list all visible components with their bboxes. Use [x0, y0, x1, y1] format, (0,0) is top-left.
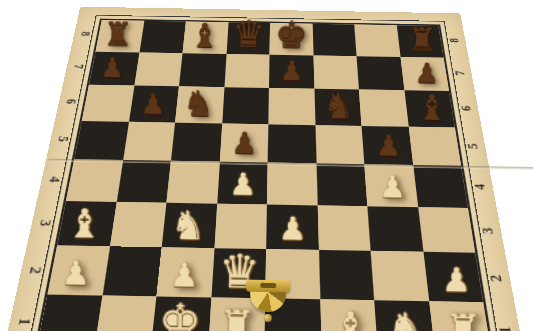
- square-g6[interactable]: [359, 89, 408, 126]
- square-g2[interactable]: [371, 251, 429, 301]
- square-b8[interactable]: [139, 21, 186, 53]
- square-f6[interactable]: ♞: [314, 89, 362, 126]
- square-b6[interactable]: ♟: [129, 86, 179, 123]
- black-queen-d8[interactable]: ♛: [226, 15, 270, 54]
- white-pawn-a2[interactable]: ♟: [48, 253, 103, 294]
- white-knight-c3[interactable]: ♞: [162, 203, 215, 247]
- black-pawn-a7[interactable]: ♟: [89, 52, 135, 85]
- white-pawn-e3[interactable]: ♟: [266, 210, 319, 249]
- square-f5[interactable]: [315, 125, 364, 164]
- square-d8[interactable]: ♛: [226, 22, 270, 54]
- white-king-c1[interactable]: ♚: [151, 296, 209, 331]
- square-e5[interactable]: [268, 124, 316, 163]
- clasp-slot: [260, 283, 276, 288]
- white-rook-h1[interactable]: ♜: [434, 305, 491, 331]
- square-f2[interactable]: [318, 250, 374, 300]
- black-bishop-c8[interactable]: ♝: [183, 17, 227, 53]
- square-a1[interactable]: [37, 294, 102, 331]
- square-e4[interactable]: [267, 162, 317, 204]
- black-pawn-d5[interactable]: ♟: [219, 126, 268, 162]
- square-g1[interactable]: ♞: [374, 300, 435, 331]
- square-d5[interactable]: ♟: [219, 123, 268, 162]
- white-pawn-g4[interactable]: ♟: [367, 168, 417, 205]
- square-d6[interactable]: [222, 87, 269, 124]
- square-e7[interactable]: ♟: [269, 54, 314, 88]
- black-knight-f6[interactable]: ♞: [315, 86, 362, 125]
- black-pawn-g5[interactable]: ♟: [364, 128, 413, 164]
- square-f7[interactable]: [313, 55, 359, 89]
- black-rook-h8[interactable]: ♜: [400, 21, 444, 57]
- white-bishop-f1[interactable]: ♝: [321, 303, 378, 331]
- square-c5[interactable]: [171, 122, 222, 161]
- white-bishop-a3[interactable]: ♝: [58, 201, 111, 245]
- square-a6[interactable]: [82, 85, 134, 122]
- square-f8[interactable]: [312, 24, 356, 56]
- square-c2[interactable]: ♟: [156, 247, 213, 297]
- square-d4[interactable]: ♟: [217, 162, 268, 204]
- square-g3[interactable]: [367, 206, 422, 252]
- square-c6[interactable]: ♞: [175, 86, 224, 123]
- square-d7[interactable]: [224, 54, 270, 88]
- square-b4[interactable]: [116, 160, 171, 202]
- square-h2[interactable]: ♟: [423, 252, 483, 302]
- square-a3[interactable]: ♝: [57, 201, 116, 247]
- square-a7[interactable]: ♟: [89, 51, 139, 85]
- black-bishop-h6[interactable]: ♝: [408, 87, 455, 126]
- black-king-e8[interactable]: ♚: [270, 15, 314, 54]
- square-b7[interactable]: [134, 52, 183, 86]
- square-d3[interactable]: [214, 203, 267, 249]
- product-photo-stage: 87654321 ♜♝♛♚♜♟♟♟♟♞♞♝♟♟♟♟♝♞♟♟♟♛♟♚♜♝♞♜ 87…: [0, 0, 533, 331]
- black-rook-a8[interactable]: ♜: [96, 15, 140, 51]
- square-b1[interactable]: [94, 295, 156, 331]
- square-h7[interactable]: ♟: [400, 57, 449, 91]
- white-pawn-c2[interactable]: ♟: [157, 255, 212, 296]
- square-h5[interactable]: [408, 126, 461, 166]
- brass-clasp: [236, 279, 301, 324]
- black-pawn-h7[interactable]: ♟: [404, 57, 449, 90]
- square-f4[interactable]: [316, 163, 367, 206]
- black-pawn-e7[interactable]: ♟: [269, 55, 314, 88]
- square-e8[interactable]: ♚: [270, 23, 313, 55]
- clasp-fan-ornament: [250, 292, 286, 313]
- square-h1[interactable]: ♜: [429, 301, 492, 331]
- square-c1[interactable]: ♚: [151, 296, 211, 331]
- black-knight-c6[interactable]: ♞: [175, 83, 222, 122]
- square-c8[interactable]: ♝: [183, 22, 228, 54]
- square-a4[interactable]: [66, 159, 123, 201]
- white-pawn-h2[interactable]: ♟: [428, 260, 483, 301]
- square-h6[interactable]: ♝: [404, 90, 455, 127]
- square-b3[interactable]: [109, 201, 166, 247]
- square-g4[interactable]: ♟: [364, 164, 417, 207]
- square-a8[interactable]: ♜: [96, 20, 144, 52]
- square-g5[interactable]: ♟: [362, 125, 413, 165]
- square-c4[interactable]: [167, 161, 220, 203]
- white-pawn-d4[interactable]: ♟: [217, 166, 268, 203]
- white-knight-g1[interactable]: ♞: [378, 304, 435, 331]
- square-b5[interactable]: [123, 121, 175, 160]
- square-f1[interactable]: ♝: [320, 299, 378, 331]
- square-g7[interactable]: [357, 56, 404, 90]
- square-g8[interactable]: [354, 24, 400, 56]
- square-a2[interactable]: ♟: [48, 245, 110, 295]
- square-h4[interactable]: [413, 165, 468, 208]
- square-f3[interactable]: [317, 205, 370, 251]
- square-h3[interactable]: [418, 207, 476, 253]
- clasp-pin: [264, 314, 272, 322]
- square-e6[interactable]: [268, 88, 315, 125]
- black-pawn-b6[interactable]: ♟: [129, 87, 176, 122]
- square-c3[interactable]: ♞: [162, 202, 217, 248]
- square-e3[interactable]: ♟: [266, 204, 318, 250]
- square-h8[interactable]: ♜: [396, 25, 443, 57]
- square-b2[interactable]: [102, 246, 162, 296]
- square-a5[interactable]: [74, 121, 128, 160]
